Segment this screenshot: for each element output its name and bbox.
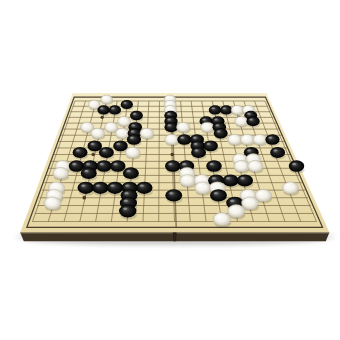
- black-stone: [119, 205, 137, 218]
- black-stone: [214, 128, 228, 138]
- stone-highlight: [230, 200, 234, 202]
- stone-highlight: [110, 185, 114, 187]
- black-stone: [97, 105, 110, 114]
- black-stone: [222, 174, 238, 186]
- white-stone: [247, 160, 263, 172]
- stone-highlight: [102, 150, 106, 152]
- stone-highlight: [131, 131, 135, 133]
- stone-highlight: [125, 185, 129, 187]
- stone-highlight: [113, 163, 117, 165]
- stone-highlight: [124, 192, 128, 194]
- white-stone: [176, 122, 190, 132]
- stone-highlight: [193, 137, 197, 139]
- stone-highlight: [215, 125, 219, 127]
- white-stone: [240, 134, 254, 145]
- white-stone: [44, 197, 61, 210]
- black-stone: [270, 147, 285, 158]
- stone-highlight: [214, 119, 217, 121]
- white-stone: [227, 205, 245, 218]
- black-stone: [165, 189, 182, 201]
- black-stone: [109, 105, 122, 114]
- black-stone: [237, 174, 253, 186]
- product-photo-background: [0, 0, 340, 340]
- stone-highlight: [268, 137, 272, 139]
- stone-highlight: [212, 177, 216, 179]
- black-stone: [220, 105, 233, 114]
- stone-highlight: [86, 163, 90, 165]
- stone-highlight: [169, 192, 173, 194]
- black-stone: [203, 140, 218, 151]
- stone-highlight: [223, 108, 226, 110]
- stone-highlight: [273, 150, 277, 152]
- white-stone: [213, 212, 231, 225]
- black-stone: [289, 160, 305, 172]
- stone-highlight: [100, 163, 104, 165]
- stone-highlight: [182, 163, 186, 165]
- white-stone: [104, 122, 118, 132]
- stone-highlight: [249, 119, 252, 121]
- black-stone: [110, 160, 126, 172]
- stone-highlight: [226, 177, 230, 179]
- stone-highlight: [194, 143, 198, 145]
- fold-gap: [173, 233, 177, 242]
- black-stone: [165, 160, 181, 172]
- white-stone: [53, 167, 69, 179]
- black-stone: [96, 160, 112, 172]
- black-stone: [73, 147, 88, 158]
- white-stone: [282, 182, 299, 194]
- stone-highlight: [194, 150, 198, 152]
- stone-highlight: [84, 170, 88, 172]
- black-stone: [81, 167, 97, 179]
- black-stone: [107, 182, 124, 194]
- stone-highlight: [180, 137, 184, 139]
- stone-highlight: [167, 113, 170, 115]
- stone-highlight: [123, 208, 128, 210]
- stone-highlight: [131, 125, 135, 127]
- stone-highlight: [167, 119, 170, 121]
- stone-highlight: [72, 163, 76, 165]
- white-stone: [200, 122, 214, 132]
- stone-highlight: [96, 185, 100, 187]
- stone-highlight: [247, 150, 251, 152]
- black-stone: [92, 182, 109, 194]
- stone-highlight: [81, 185, 85, 187]
- black-stone: [130, 111, 143, 121]
- white-stone: [115, 128, 129, 138]
- white-stone: [101, 95, 113, 104]
- white-stone: [253, 134, 267, 145]
- white-stone: [179, 174, 195, 186]
- stone-highlight: [116, 143, 120, 145]
- black-stone: [113, 140, 128, 151]
- stone-highlight: [292, 163, 296, 165]
- black-stone: [209, 105, 222, 114]
- white-stone: [140, 128, 154, 138]
- stone-highlight: [140, 185, 144, 187]
- go-board: [0, 0, 340, 340]
- black-stone: [164, 122, 178, 132]
- black-stone: [206, 160, 222, 172]
- stone-highlight: [126, 170, 130, 172]
- white-stone: [194, 182, 211, 194]
- white-stone: [91, 128, 105, 138]
- black-stone: [69, 160, 85, 172]
- stone-highlight: [240, 177, 244, 179]
- white-stone: [231, 105, 244, 114]
- white-stone: [165, 134, 179, 145]
- black-stone: [265, 134, 279, 145]
- stone-highlight: [124, 200, 128, 202]
- stone-highlight: [130, 137, 134, 139]
- stone-highlight: [214, 192, 218, 194]
- black-stone: [210, 189, 227, 201]
- stone-highlight: [76, 150, 80, 152]
- black-stone: [127, 134, 141, 145]
- black-stone: [177, 134, 191, 145]
- black-stone: [123, 167, 139, 179]
- stone-highlight: [207, 143, 211, 145]
- stone-highlight: [123, 102, 126, 104]
- white-stone: [235, 116, 248, 126]
- black-stone: [99, 147, 114, 158]
- white-stone: [118, 116, 131, 126]
- stone-highlight: [210, 163, 214, 165]
- stone-highlight: [91, 143, 95, 145]
- stone-highlight: [217, 131, 221, 133]
- stone-highlight: [247, 113, 250, 115]
- stone-highlight: [168, 163, 172, 165]
- white-stone: [234, 160, 250, 172]
- stone-highlight: [111, 108, 114, 110]
- white-stone: [125, 147, 140, 158]
- white-stone: [241, 197, 258, 210]
- stone-highlight: [133, 113, 136, 115]
- white-stone: [228, 134, 242, 145]
- stone-highlight: [202, 119, 205, 121]
- black-stone: [121, 100, 133, 109]
- black-stone: [78, 182, 95, 194]
- black-stone: [136, 182, 153, 194]
- stone-highlight: [212, 108, 215, 110]
- black-stone: [246, 116, 259, 126]
- stone-highlight: [100, 108, 103, 110]
- black-stone: [87, 140, 102, 151]
- stone-highlight: [167, 125, 171, 127]
- black-stone: [191, 147, 206, 158]
